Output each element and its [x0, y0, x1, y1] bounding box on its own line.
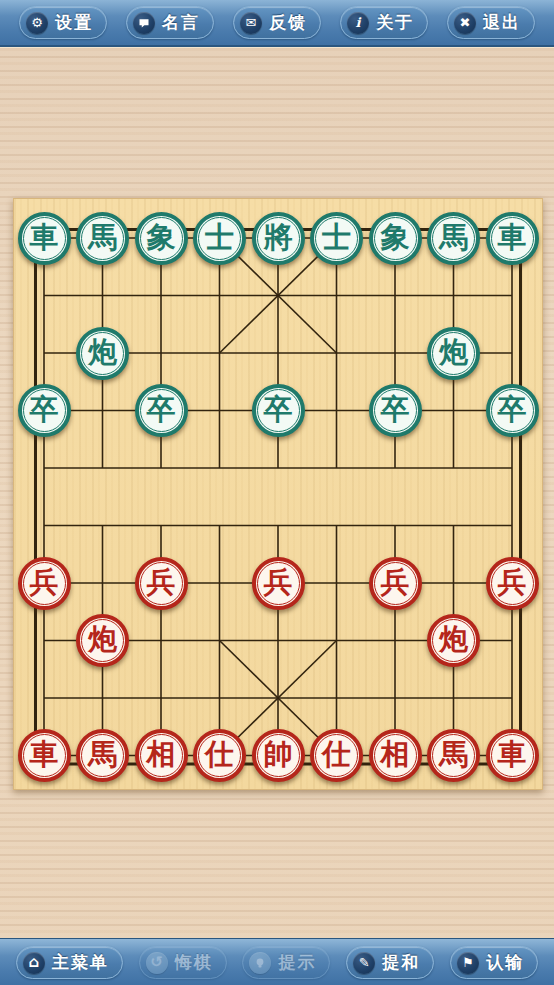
- piece-glyph: 兵: [498, 568, 527, 597]
- resign-button-label: 认输: [486, 951, 524, 974]
- undo-button[interactable]: ↺ 悔棋: [139, 946, 227, 979]
- hint-button-label: 提示: [278, 951, 316, 974]
- piece-glyph: 兵: [264, 568, 293, 597]
- piece-glyph: 馬: [88, 223, 117, 252]
- piece-green-b[interactable]: 象: [135, 212, 188, 265]
- undo-button-label: 悔棋: [175, 951, 213, 974]
- exit-button[interactable]: ✖ 退出: [447, 6, 535, 39]
- piece-glyph: 車: [498, 740, 527, 769]
- piece-glyph: 卒: [381, 395, 410, 424]
- gear-icon: ⚙: [26, 12, 48, 34]
- about-button-label: 关于: [376, 11, 414, 34]
- settings-button-label: 设置: [55, 11, 93, 34]
- piece-glyph: 象: [381, 223, 410, 252]
- feedback-button[interactable]: ✉ 反馈: [233, 6, 321, 39]
- piece-green-p[interactable]: 卒: [135, 384, 188, 437]
- info-icon: i: [347, 12, 369, 34]
- piece-red-b[interactable]: 相: [369, 729, 422, 782]
- piece-glyph: 帥: [264, 740, 293, 769]
- piece-glyph: 象: [147, 223, 176, 252]
- piece-glyph: 士: [322, 223, 351, 252]
- piece-glyph: 車: [30, 740, 59, 769]
- piece-green-p[interactable]: 卒: [486, 384, 539, 437]
- piece-green-p[interactable]: 卒: [369, 384, 422, 437]
- piece-glyph: 馬: [88, 740, 117, 769]
- piece-green-p[interactable]: 卒: [18, 384, 71, 437]
- board-grid: [14, 199, 542, 789]
- piece-green-a[interactable]: 士: [193, 212, 246, 265]
- piece-red-p[interactable]: 兵: [135, 557, 188, 610]
- piece-green-p[interactable]: 卒: [252, 384, 305, 437]
- feedback-button-label: 反馈: [269, 11, 307, 34]
- bottom-toolbar: ⌂ 主菜单 ↺ 悔棋 提示 ✎ 提和 ⚑ 认输: [0, 939, 554, 985]
- home-icon: ⌂: [23, 952, 45, 974]
- piece-red-r[interactable]: 車: [18, 729, 71, 782]
- settings-button[interactable]: ⚙ 设置: [19, 6, 107, 39]
- piece-green-k[interactable]: 將: [252, 212, 305, 265]
- resign-button[interactable]: ⚑ 认输: [450, 946, 538, 979]
- hint-bulb-icon: [249, 952, 271, 974]
- piece-red-p[interactable]: 兵: [252, 557, 305, 610]
- piece-red-p[interactable]: 兵: [18, 557, 71, 610]
- piece-glyph: 炮: [439, 338, 468, 367]
- offer-draw-button-label: 提和: [382, 951, 420, 974]
- piece-red-n[interactable]: 馬: [76, 729, 129, 782]
- piece-glyph: 卒: [264, 395, 293, 424]
- piece-glyph: 馬: [439, 740, 468, 769]
- envelope-icon: ✉: [240, 12, 262, 34]
- piece-red-k[interactable]: 帥: [252, 729, 305, 782]
- main-menu-button[interactable]: ⌂ 主菜单: [16, 946, 123, 979]
- piece-glyph: 相: [147, 740, 176, 769]
- piece-glyph: 卒: [147, 395, 176, 424]
- piece-green-r[interactable]: 車: [486, 212, 539, 265]
- piece-red-r[interactable]: 車: [486, 729, 539, 782]
- flag-icon: ⚑: [457, 952, 479, 974]
- piece-glyph: 卒: [498, 395, 527, 424]
- close-icon: ✖: [454, 12, 476, 34]
- hint-button[interactable]: 提示: [242, 946, 330, 979]
- piece-glyph: 車: [498, 223, 527, 252]
- piece-red-n[interactable]: 馬: [427, 729, 480, 782]
- piece-red-p[interactable]: 兵: [369, 557, 422, 610]
- piece-green-a[interactable]: 士: [310, 212, 363, 265]
- piece-red-p[interactable]: 兵: [486, 557, 539, 610]
- piece-green-n[interactable]: 馬: [76, 212, 129, 265]
- xiangqi-board[interactable]: 車馬象士將士象馬車炮炮卒卒卒卒卒兵兵兵兵兵炮炮車馬相仕帥仕相馬車: [13, 198, 543, 790]
- piece-glyph: 兵: [381, 568, 410, 597]
- piece-glyph: 炮: [88, 338, 117, 367]
- piece-green-c[interactable]: 炮: [76, 327, 129, 380]
- piece-red-a[interactable]: 仕: [193, 729, 246, 782]
- piece-glyph: 車: [30, 223, 59, 252]
- piece-glyph: 仕: [322, 740, 351, 769]
- undo-icon: ↺: [146, 952, 168, 974]
- piece-glyph: 炮: [88, 625, 117, 654]
- piece-green-c[interactable]: 炮: [427, 327, 480, 380]
- piece-glyph: 卒: [30, 395, 59, 424]
- piece-glyph: 相: [381, 740, 410, 769]
- piece-glyph: 兵: [147, 568, 176, 597]
- quotes-button-label: 名言: [162, 11, 200, 34]
- main-menu-button-label: 主菜单: [52, 951, 109, 974]
- piece-red-c[interactable]: 炮: [76, 614, 129, 667]
- about-button[interactable]: i 关于: [340, 6, 428, 39]
- exit-button-label: 退出: [483, 11, 521, 34]
- piece-green-r[interactable]: 車: [18, 212, 71, 265]
- piece-glyph: 士: [205, 223, 234, 252]
- quotes-button[interactable]: 名言: [126, 6, 214, 39]
- piece-green-b[interactable]: 象: [369, 212, 422, 265]
- piece-glyph: 兵: [30, 568, 59, 597]
- piece-glyph: 馬: [439, 223, 468, 252]
- offer-draw-button[interactable]: ✎ 提和: [346, 946, 434, 979]
- speech-bubble-icon: [133, 12, 155, 34]
- piece-glyph: 仕: [205, 740, 234, 769]
- piece-red-c[interactable]: 炮: [427, 614, 480, 667]
- piece-red-b[interactable]: 相: [135, 729, 188, 782]
- piece-glyph: 炮: [439, 625, 468, 654]
- piece-glyph: 將: [264, 223, 293, 252]
- top-toolbar: ⚙ 设置 名言 ✉ 反馈 i 关于 ✖ 退出: [0, 0, 554, 47]
- piece-red-a[interactable]: 仕: [310, 729, 363, 782]
- pencil-icon: ✎: [353, 952, 375, 974]
- piece-green-n[interactable]: 馬: [427, 212, 480, 265]
